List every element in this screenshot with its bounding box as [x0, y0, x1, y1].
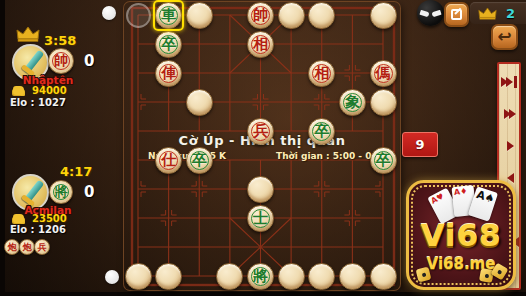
xiangqi-board[interactable]: Cờ Úp - Hiển thị quân Nước cược : 5 K Th…	[124, 2, 400, 290]
captured-piece-炮: 炮	[19, 239, 35, 255]
player-coins: 23500	[32, 213, 67, 224]
captured-piece-炮: 炮	[4, 239, 20, 255]
opponent-captured-count: 0	[84, 52, 94, 70]
covered-piece-c6r0[interactable]	[308, 2, 335, 29]
crown-count-value: 2	[506, 6, 515, 21]
covered-piece-c3r9[interactable]	[216, 263, 243, 290]
player-elo: Elo : 1206	[10, 224, 66, 235]
skip-forward-button[interactable]	[500, 72, 518, 92]
piece-象-c7r3[interactable]: 象	[339, 89, 366, 116]
piece-卒-c8r5[interactable]: 卒	[370, 147, 397, 174]
turn-crown-icon	[16, 26, 40, 42]
piece-帥-c4r0[interactable]: 帥	[247, 2, 274, 29]
covered-piece-c8r3[interactable]	[370, 89, 397, 116]
piece-將-c4r9[interactable]: 將	[247, 263, 274, 290]
covered-piece-c8r0[interactable]	[370, 2, 397, 29]
app-root: { "game": "Xiangqi — Cờ Úp (covered Chin…	[0, 0, 526, 296]
piece-相-c6r2[interactable]: 相	[308, 60, 335, 87]
covered-piece-c5r0[interactable]	[278, 2, 305, 29]
covered-piece-c8r9[interactable]	[370, 263, 397, 290]
opponent-side-piece-icon: 帥	[48, 48, 74, 74]
round-number: 9	[415, 137, 424, 152]
piece-仕-c1r5[interactable]: 仕	[155, 147, 182, 174]
piece-俥-c1r2[interactable]: 俥	[155, 60, 182, 87]
edit-button[interactable]	[444, 2, 469, 27]
back-button[interactable]: ↩	[491, 24, 518, 50]
last-move-origin-marker	[126, 3, 151, 28]
gold-icon	[13, 214, 24, 223]
crown-icon	[478, 7, 497, 20]
piece-卒-c6r4[interactable]: 卒	[308, 118, 335, 145]
bomb-emote-icon[interactable]	[417, 0, 444, 26]
covered-piece-c1r9[interactable]	[155, 263, 182, 290]
opponent-timer: 3:58	[44, 33, 76, 48]
opponent-coins: 94000	[32, 85, 67, 96]
piece-卒-c1r1[interactable]: 卒	[155, 31, 182, 58]
piece-相-c4r1[interactable]: 相	[247, 31, 274, 58]
covered-piece-c6r9[interactable]	[308, 263, 335, 290]
piece-兵-c4r4[interactable]: 兵	[247, 118, 274, 145]
piece-卒-c2r5[interactable]: 卒	[186, 147, 213, 174]
gold-icon	[13, 86, 24, 95]
screen-edge-bottom	[0, 292, 526, 296]
opponent-elo: Elo : 1027	[10, 97, 66, 108]
captured-pieces-tray: 炮炮兵	[4, 239, 49, 255]
vi68-logo[interactable]: A♥ A♦ A♠ Vi68 Vi68.me	[406, 180, 516, 290]
covered-piece-c2r0[interactable]	[186, 2, 213, 29]
back-arrow-icon: ↩	[497, 28, 511, 45]
piece-士-c4r7[interactable]: 士	[247, 205, 274, 232]
covered-piece-c4r6[interactable]	[247, 176, 274, 203]
covered-piece-c0r9[interactable]	[125, 263, 152, 290]
covered-piece-c7r9[interactable]	[339, 263, 366, 290]
selected-piece-highlight	[153, 0, 184, 31]
covered-piece-c5r9[interactable]	[278, 263, 305, 290]
piece-傌-c8r2[interactable]: 傌	[370, 60, 397, 87]
forward-button[interactable]	[500, 136, 518, 156]
crown-counter[interactable]: 2	[470, 2, 526, 24]
player-captured-count: 0	[84, 183, 94, 201]
round-number-badge: 9	[402, 132, 438, 157]
player-side-piece-icon: 將	[49, 180, 73, 204]
bottom-marker-dot[interactable]	[105, 270, 119, 284]
dice-icon	[416, 267, 432, 283]
fast-forward-button[interactable]	[500, 104, 518, 124]
player-timer: 4:17	[60, 164, 92, 179]
logo-title: Vi68	[409, 217, 513, 253]
pencil-icon	[451, 9, 462, 20]
top-marker-dot[interactable]	[102, 6, 116, 20]
covered-piece-c2r3[interactable]	[186, 89, 213, 116]
captured-piece-兵: 兵	[34, 239, 50, 255]
